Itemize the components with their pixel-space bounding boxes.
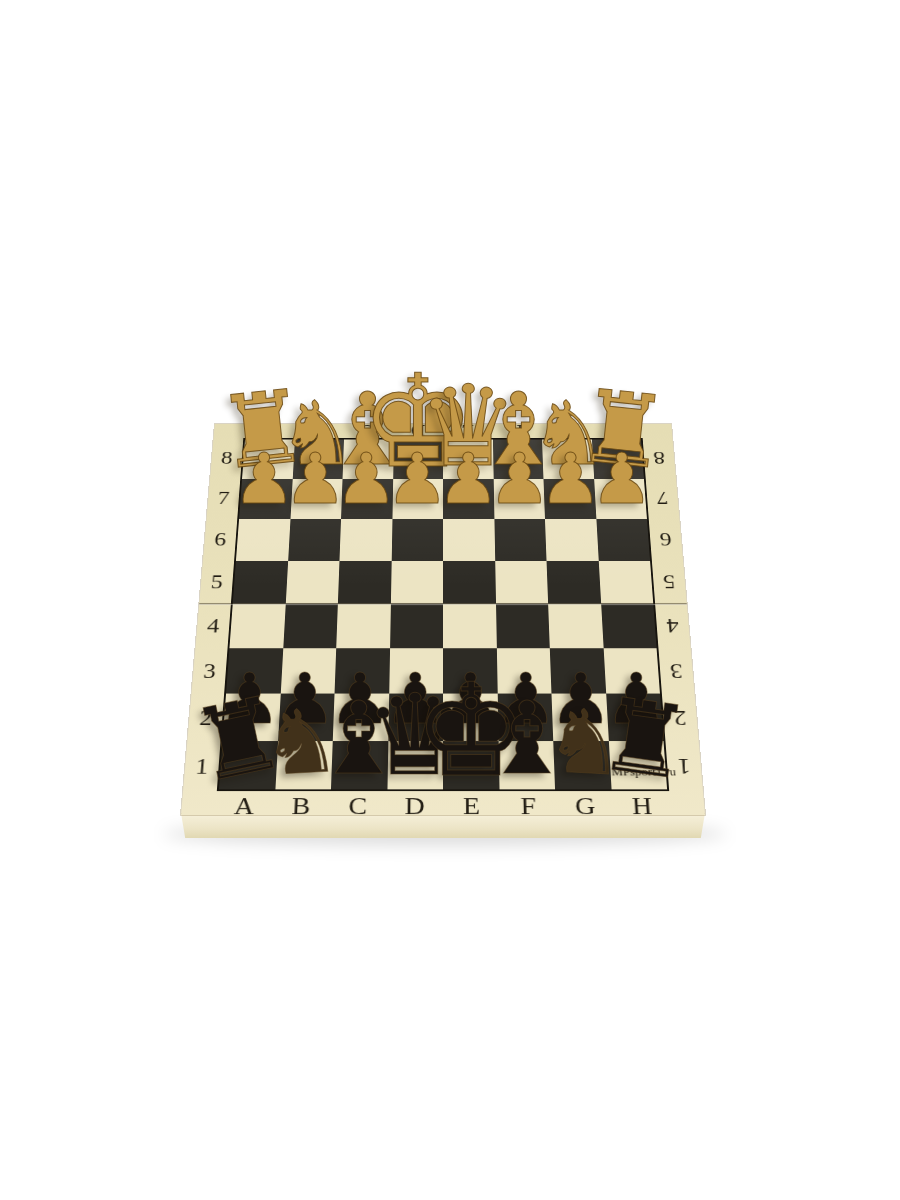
square-c8	[343, 439, 394, 478]
square-g5	[547, 561, 601, 604]
square-a3	[226, 648, 283, 694]
square-b3	[280, 648, 336, 694]
rank-label-right-3: 3	[658, 648, 694, 694]
file-label-bottom-e: E	[443, 794, 500, 819]
fold-seam	[199, 603, 687, 605]
square-d5	[390, 561, 443, 604]
square-e1	[443, 741, 499, 790]
file-label-bottom-h: H	[613, 794, 671, 819]
square-f4	[496, 604, 550, 648]
square-a1	[219, 741, 278, 790]
rank-label-right-7: 7	[646, 478, 680, 519]
chess-set-photo: ABCDEFGH ABCDEFGH 87654321 87654321 MPsp…	[0, 0, 900, 1200]
rank-label-left-6: 6	[203, 518, 237, 560]
square-d7	[392, 479, 443, 519]
file-label-top-h: H	[592, 423, 643, 438]
file-labels-top: ABCDEFGH	[243, 423, 642, 438]
square-d8	[393, 439, 443, 478]
file-label-bottom-c: C	[329, 794, 387, 819]
file-label-bottom-f: F	[500, 794, 558, 819]
square-e6	[443, 519, 495, 561]
square-h6	[596, 519, 650, 561]
rank-label-left-1: 1	[183, 742, 220, 791]
square-e3	[443, 648, 497, 694]
square-e8	[443, 439, 493, 478]
square-h2	[606, 694, 664, 741]
square-f7	[493, 479, 545, 519]
brand-watermark: MPsport1.ru	[611, 765, 668, 779]
square-h5	[598, 561, 653, 604]
rank-label-right-2: 2	[662, 694, 699, 742]
square-f6	[494, 519, 547, 561]
square-b6	[288, 519, 341, 561]
square-g6	[545, 519, 598, 561]
square-h8	[592, 439, 644, 478]
file-label-top-g: G	[542, 423, 592, 438]
square-g3	[550, 648, 606, 694]
square-g7	[543, 479, 595, 519]
square-c4	[336, 604, 390, 648]
rank-label-left-7: 7	[207, 478, 241, 519]
file-label-bottom-d: D	[386, 794, 443, 819]
square-e4	[443, 604, 496, 648]
square-c3	[335, 648, 390, 694]
rank-label-left-8: 8	[210, 438, 243, 478]
file-label-top-e: E	[443, 423, 493, 438]
square-h7	[594, 479, 647, 519]
board-grid	[217, 438, 669, 791]
file-label-bottom-a: A	[215, 794, 273, 819]
rank-label-left-5: 5	[199, 560, 234, 603]
square-g4	[548, 604, 603, 648]
rank-label-right-6: 6	[649, 518, 683, 560]
rank-label-left-4: 4	[195, 604, 230, 649]
square-h4	[601, 604, 657, 648]
file-label-bottom-b: B	[272, 794, 330, 819]
square-c1	[331, 741, 388, 790]
square-d6	[391, 519, 443, 561]
rank-label-right-5: 5	[652, 560, 687, 603]
rank-label-right-4: 4	[655, 604, 690, 649]
square-b4	[283, 604, 338, 648]
square-c6	[339, 519, 392, 561]
square-c2	[333, 694, 389, 741]
square-d4	[390, 604, 443, 648]
square-a5	[233, 561, 288, 604]
square-d3	[389, 648, 443, 694]
square-b2	[278, 694, 335, 741]
file-label-bottom-g: G	[556, 794, 614, 819]
square-f2	[497, 694, 553, 741]
square-d1	[387, 741, 443, 790]
file-labels-bottom: ABCDEFGH	[215, 794, 672, 819]
square-b1	[275, 741, 333, 790]
file-label-top-c: C	[343, 423, 393, 438]
square-g2	[551, 694, 608, 741]
square-c7	[341, 479, 393, 519]
square-f5	[495, 561, 548, 604]
square-e5	[443, 561, 496, 604]
square-b5	[285, 561, 339, 604]
square-a8	[242, 439, 294, 478]
square-c5	[338, 561, 391, 604]
file-label-top-d: D	[393, 423, 443, 438]
chess-board: ABCDEFGH ABCDEFGH 87654321 87654321 MPsp…	[181, 424, 705, 815]
square-a7	[239, 479, 292, 519]
square-f1	[498, 741, 555, 790]
square-d2	[388, 694, 443, 741]
square-f8	[493, 439, 544, 478]
square-b8	[292, 439, 344, 478]
file-label-top-a: A	[243, 423, 294, 438]
square-e2	[443, 694, 498, 741]
square-a2	[223, 694, 281, 741]
file-label-top-f: F	[493, 423, 543, 438]
square-g1	[553, 741, 611, 790]
file-label-top-b: B	[293, 423, 343, 438]
square-h3	[603, 648, 660, 694]
square-b7	[290, 479, 342, 519]
rank-label-left-3: 3	[191, 648, 227, 694]
square-a6	[236, 519, 290, 561]
rank-label-right-8: 8	[643, 438, 676, 478]
square-f3	[496, 648, 551, 694]
square-e7	[443, 479, 494, 519]
square-g8	[542, 439, 594, 478]
square-a4	[229, 604, 285, 648]
rank-label-left-2: 2	[187, 694, 224, 742]
